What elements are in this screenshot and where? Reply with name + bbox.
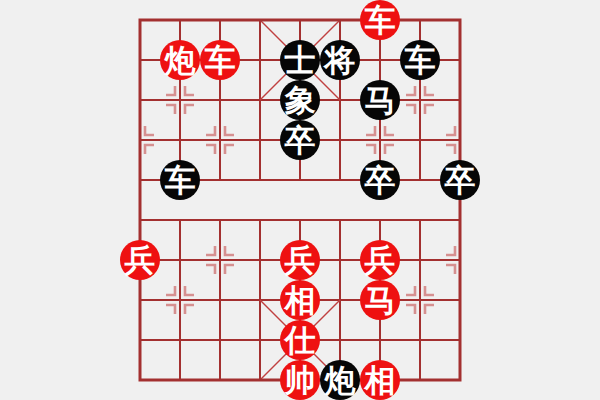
piece-red-soldier[interactable]: 兵 bbox=[360, 240, 400, 280]
piece-black-cannon[interactable]: 炮 bbox=[320, 360, 360, 400]
piece-black-elephant[interactable]: 象 bbox=[280, 80, 320, 120]
piece-red-chariot[interactable]: 车 bbox=[360, 0, 400, 40]
piece-red-horse[interactable]: 马 bbox=[360, 280, 400, 320]
piece-red-cannon[interactable]: 炮 bbox=[160, 40, 200, 80]
xiangqi-board[interactable]: 车炮车士将车象马卒车卒卒兵兵兵相马仕帅炮相 bbox=[0, 0, 600, 400]
piece-black-soldier[interactable]: 卒 bbox=[440, 160, 480, 200]
piece-black-advisor[interactable]: 士 bbox=[280, 40, 320, 80]
piece-black-soldier[interactable]: 卒 bbox=[360, 160, 400, 200]
piece-black-chariot[interactable]: 车 bbox=[160, 160, 200, 200]
piece-red-elephant[interactable]: 相 bbox=[360, 360, 400, 400]
piece-red-general[interactable]: 帅 bbox=[280, 360, 320, 400]
pieces-layer: 车炮车士将车象马卒车卒卒兵兵兵相马仕帅炮相 bbox=[0, 0, 600, 400]
piece-red-soldier[interactable]: 兵 bbox=[280, 240, 320, 280]
piece-black-horse[interactable]: 马 bbox=[360, 80, 400, 120]
piece-black-chariot[interactable]: 车 bbox=[400, 40, 440, 80]
piece-black-soldier[interactable]: 卒 bbox=[280, 120, 320, 160]
piece-black-general[interactable]: 将 bbox=[320, 40, 360, 80]
piece-red-soldier[interactable]: 兵 bbox=[120, 240, 160, 280]
piece-red-chariot[interactable]: 车 bbox=[200, 40, 240, 80]
piece-red-advisor[interactable]: 仕 bbox=[280, 320, 320, 360]
piece-red-elephant[interactable]: 相 bbox=[280, 280, 320, 320]
